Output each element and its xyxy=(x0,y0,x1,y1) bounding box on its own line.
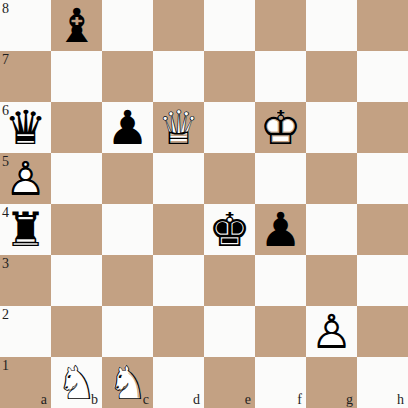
square-d7[interactable] xyxy=(153,51,204,102)
square-a8[interactable]: 8 xyxy=(0,0,51,51)
square-f3[interactable] xyxy=(255,255,306,306)
file-label-d: d xyxy=(193,393,200,407)
square-f2[interactable] xyxy=(255,306,306,357)
square-d6[interactable]: ♕ xyxy=(153,102,204,153)
file-label-e: e xyxy=(245,393,251,407)
square-d3[interactable] xyxy=(153,255,204,306)
rank-label-3: 3 xyxy=(2,257,9,271)
square-b3[interactable] xyxy=(51,255,102,306)
piece-black-pawn[interactable]: ♟ xyxy=(255,204,306,255)
square-h4[interactable] xyxy=(357,204,408,255)
piece-white-knight[interactable]: ♘ xyxy=(51,357,102,408)
square-d4[interactable] xyxy=(153,204,204,255)
square-g5[interactable] xyxy=(306,153,357,204)
square-h8[interactable] xyxy=(357,0,408,51)
square-b7[interactable] xyxy=(51,51,102,102)
square-f8[interactable] xyxy=(255,0,306,51)
piece-black-king[interactable]: ♚ xyxy=(204,204,255,255)
square-a2[interactable]: 2 xyxy=(0,306,51,357)
square-a7[interactable]: 7 xyxy=(0,51,51,102)
file-label-a: a xyxy=(41,393,47,407)
piece-black-bishop[interactable]: ♝ xyxy=(51,0,102,51)
file-label-f: f xyxy=(297,393,302,407)
square-c8[interactable] xyxy=(102,0,153,51)
square-f6[interactable]: ♔ xyxy=(255,102,306,153)
square-c1[interactable]: c♘ xyxy=(102,357,153,408)
piece-white-king[interactable]: ♔ xyxy=(255,102,306,153)
square-g1[interactable]: g xyxy=(306,357,357,408)
square-c6[interactable]: ♟ xyxy=(102,102,153,153)
square-h6[interactable] xyxy=(357,102,408,153)
square-h2[interactable] xyxy=(357,306,408,357)
square-h7[interactable] xyxy=(357,51,408,102)
square-c4[interactable] xyxy=(102,204,153,255)
square-b2[interactable] xyxy=(51,306,102,357)
square-d5[interactable] xyxy=(153,153,204,204)
square-b5[interactable] xyxy=(51,153,102,204)
square-e4[interactable]: ♚ xyxy=(204,204,255,255)
square-g6[interactable] xyxy=(306,102,357,153)
rank-label-1: 1 xyxy=(2,359,9,373)
square-d8[interactable] xyxy=(153,0,204,51)
file-label-g: g xyxy=(346,393,353,407)
square-a5[interactable]: 5♙ xyxy=(0,153,51,204)
rank-label-2: 2 xyxy=(2,308,9,322)
square-f4[interactable]: ♟ xyxy=(255,204,306,255)
piece-black-queen[interactable]: ♛ xyxy=(0,102,51,153)
square-g7[interactable] xyxy=(306,51,357,102)
square-f7[interactable] xyxy=(255,51,306,102)
square-e3[interactable] xyxy=(204,255,255,306)
square-f5[interactable] xyxy=(255,153,306,204)
square-a4[interactable]: 4♜ xyxy=(0,204,51,255)
square-c7[interactable] xyxy=(102,51,153,102)
rank-label-8: 8 xyxy=(2,2,9,16)
square-a1[interactable]: 1a xyxy=(0,357,51,408)
piece-black-pawn[interactable]: ♟ xyxy=(102,102,153,153)
square-b8[interactable]: ♝ xyxy=(51,0,102,51)
piece-white-pawn[interactable]: ♙ xyxy=(306,306,357,357)
square-d1[interactable]: d xyxy=(153,357,204,408)
square-e1[interactable]: e xyxy=(204,357,255,408)
chess-board: 8♝76♛♟♕♔5♙4♜♚♟32♙1ab♘c♘defgh xyxy=(0,0,408,408)
square-c2[interactable] xyxy=(102,306,153,357)
square-h3[interactable] xyxy=(357,255,408,306)
square-h1[interactable]: h xyxy=(357,357,408,408)
square-g8[interactable] xyxy=(306,0,357,51)
piece-black-rook[interactable]: ♜ xyxy=(0,204,51,255)
square-a6[interactable]: 6♛ xyxy=(0,102,51,153)
piece-white-knight[interactable]: ♘ xyxy=(102,357,153,408)
square-e7[interactable] xyxy=(204,51,255,102)
square-c5[interactable] xyxy=(102,153,153,204)
square-a3[interactable]: 3 xyxy=(0,255,51,306)
square-b4[interactable] xyxy=(51,204,102,255)
square-g2[interactable]: ♙ xyxy=(306,306,357,357)
square-g4[interactable] xyxy=(306,204,357,255)
square-e6[interactable] xyxy=(204,102,255,153)
piece-white-pawn[interactable]: ♙ xyxy=(0,153,51,204)
square-e8[interactable] xyxy=(204,0,255,51)
square-b1[interactable]: b♘ xyxy=(51,357,102,408)
square-e5[interactable] xyxy=(204,153,255,204)
square-d2[interactable] xyxy=(153,306,204,357)
piece-white-queen[interactable]: ♕ xyxy=(153,102,204,153)
square-e2[interactable] xyxy=(204,306,255,357)
rank-label-7: 7 xyxy=(2,53,9,67)
square-c3[interactable] xyxy=(102,255,153,306)
square-g3[interactable] xyxy=(306,255,357,306)
square-b6[interactable] xyxy=(51,102,102,153)
square-f1[interactable]: f xyxy=(255,357,306,408)
square-h5[interactable] xyxy=(357,153,408,204)
file-label-h: h xyxy=(397,393,404,407)
